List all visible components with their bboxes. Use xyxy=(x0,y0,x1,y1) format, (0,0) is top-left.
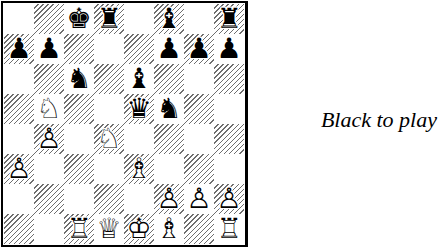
side-to-move-caption: Black to play xyxy=(257,107,437,133)
black-pawn-glyph: ♟ xyxy=(4,34,34,64)
black-pawn-glyph: ♟ xyxy=(214,34,244,64)
piece-black-queen: ♛ xyxy=(124,94,154,124)
black-bishop-glyph: ♝ xyxy=(154,4,184,34)
square-f4 xyxy=(154,124,184,154)
square-b4: ♟♙ xyxy=(34,124,64,154)
square-h7: ♟ xyxy=(214,34,244,64)
chess-board-grid: ♚♜♝♜♟♟♟♟♟♞♝♞♘♛♞♟♙♞♘♟♙♝♗♟♙♟♙♟♙♜♖♛♕♚♔♝♗♜♖ xyxy=(4,4,244,244)
square-g5 xyxy=(184,94,214,124)
black-rook-glyph: ♜ xyxy=(94,4,124,34)
square-f1: ♝♗ xyxy=(154,214,184,244)
white-rook-outline-glyph: ♖ xyxy=(64,214,94,244)
piece-black-king: ♚ xyxy=(64,4,94,34)
square-d8: ♜ xyxy=(94,4,124,34)
piece-white-pawn: ♟♙ xyxy=(34,124,64,154)
square-g7: ♟ xyxy=(184,34,214,64)
chess-board: ♚♜♝♜♟♟♟♟♟♞♝♞♘♛♞♟♙♞♘♟♙♝♗♟♙♟♙♟♙♜♖♛♕♚♔♝♗♜♖ xyxy=(1,1,248,247)
piece-white-pawn: ♟♙ xyxy=(184,184,214,214)
square-f8: ♝ xyxy=(154,4,184,34)
black-bishop-glyph: ♝ xyxy=(124,64,154,94)
piece-white-queen: ♛♕ xyxy=(94,214,124,244)
square-h4 xyxy=(214,124,244,154)
square-h3 xyxy=(214,154,244,184)
black-queen-glyph: ♛ xyxy=(124,94,154,124)
piece-black-knight: ♞ xyxy=(154,94,184,124)
square-g8 xyxy=(184,4,214,34)
piece-white-knight: ♞♘ xyxy=(94,124,124,154)
square-f7: ♟ xyxy=(154,34,184,64)
square-b2 xyxy=(34,184,64,214)
black-king-glyph: ♚ xyxy=(64,4,94,34)
square-d2 xyxy=(94,184,124,214)
piece-white-rook: ♜♖ xyxy=(64,214,94,244)
square-c1: ♜♖ xyxy=(64,214,94,244)
square-c2 xyxy=(64,184,94,214)
white-pawn-outline-glyph: ♙ xyxy=(4,154,34,184)
square-a5 xyxy=(4,94,34,124)
piece-black-bishop: ♝ xyxy=(124,64,154,94)
square-a6 xyxy=(4,64,34,94)
piece-white-bishop: ♝♗ xyxy=(124,154,154,184)
square-a2 xyxy=(4,184,34,214)
square-d6 xyxy=(94,64,124,94)
square-h5 xyxy=(214,94,244,124)
square-g6 xyxy=(184,64,214,94)
square-b1 xyxy=(34,214,64,244)
square-f6 xyxy=(154,64,184,94)
white-pawn-outline-glyph: ♙ xyxy=(184,184,214,214)
black-pawn-glyph: ♟ xyxy=(154,34,184,64)
piece-black-pawn: ♟ xyxy=(34,34,64,64)
square-a7: ♟ xyxy=(4,34,34,64)
piece-white-rook: ♜♖ xyxy=(214,214,244,244)
white-bishop-outline-glyph: ♗ xyxy=(124,154,154,184)
white-pawn-outline-glyph: ♙ xyxy=(34,124,64,154)
square-d4: ♞♘ xyxy=(94,124,124,154)
square-e8 xyxy=(124,4,154,34)
piece-black-rook: ♜ xyxy=(214,4,244,34)
square-c3 xyxy=(64,154,94,184)
square-g3 xyxy=(184,154,214,184)
square-a4 xyxy=(4,124,34,154)
white-pawn-outline-glyph: ♙ xyxy=(214,184,244,214)
piece-white-knight: ♞♘ xyxy=(34,94,64,124)
square-b5: ♞♘ xyxy=(34,94,64,124)
square-d3 xyxy=(94,154,124,184)
square-c8: ♚ xyxy=(64,4,94,34)
piece-black-pawn: ♟ xyxy=(214,34,244,64)
square-e3: ♝♗ xyxy=(124,154,154,184)
square-c6: ♞ xyxy=(64,64,94,94)
square-g4 xyxy=(184,124,214,154)
white-rook-outline-glyph: ♖ xyxy=(214,214,244,244)
piece-black-bishop: ♝ xyxy=(154,4,184,34)
white-knight-outline-glyph: ♘ xyxy=(34,94,64,124)
black-knight-glyph: ♞ xyxy=(64,64,94,94)
square-b6 xyxy=(34,64,64,94)
square-h8: ♜ xyxy=(214,4,244,34)
white-king-outline-glyph: ♔ xyxy=(124,214,154,244)
square-e1: ♚♔ xyxy=(124,214,154,244)
piece-black-pawn: ♟ xyxy=(154,34,184,64)
square-h2: ♟♙ xyxy=(214,184,244,214)
piece-black-pawn: ♟ xyxy=(4,34,34,64)
piece-white-pawn: ♟♙ xyxy=(214,184,244,214)
piece-black-pawn: ♟ xyxy=(184,34,214,64)
square-d1: ♛♕ xyxy=(94,214,124,244)
square-g1 xyxy=(184,214,214,244)
white-queen-outline-glyph: ♕ xyxy=(94,214,124,244)
square-a8 xyxy=(4,4,34,34)
piece-white-bishop: ♝♗ xyxy=(154,214,184,244)
square-h6 xyxy=(214,64,244,94)
black-pawn-glyph: ♟ xyxy=(34,34,64,64)
piece-white-king: ♚♔ xyxy=(124,214,154,244)
square-c4 xyxy=(64,124,94,154)
square-d7 xyxy=(94,34,124,64)
piece-black-rook: ♜ xyxy=(94,4,124,34)
square-h1: ♜♖ xyxy=(214,214,244,244)
square-f5: ♞ xyxy=(154,94,184,124)
square-c7 xyxy=(64,34,94,64)
piece-white-pawn: ♟♙ xyxy=(154,184,184,214)
white-pawn-outline-glyph: ♙ xyxy=(154,184,184,214)
square-c5 xyxy=(64,94,94,124)
square-a1 xyxy=(4,214,34,244)
piece-white-pawn: ♟♙ xyxy=(4,154,34,184)
square-f2: ♟♙ xyxy=(154,184,184,214)
square-b8 xyxy=(34,4,64,34)
square-g2: ♟♙ xyxy=(184,184,214,214)
black-knight-glyph: ♞ xyxy=(154,94,184,124)
square-e7 xyxy=(124,34,154,64)
square-e4 xyxy=(124,124,154,154)
square-b3 xyxy=(34,154,64,184)
white-knight-outline-glyph: ♘ xyxy=(94,124,124,154)
square-e6: ♝ xyxy=(124,64,154,94)
square-f3 xyxy=(154,154,184,184)
square-d5 xyxy=(94,94,124,124)
square-a3: ♟♙ xyxy=(4,154,34,184)
black-pawn-glyph: ♟ xyxy=(184,34,214,64)
black-rook-glyph: ♜ xyxy=(214,4,244,34)
square-e5: ♛ xyxy=(124,94,154,124)
square-b7: ♟ xyxy=(34,34,64,64)
square-e2 xyxy=(124,184,154,214)
white-bishop-outline-glyph: ♗ xyxy=(154,214,184,244)
piece-black-knight: ♞ xyxy=(64,64,94,94)
